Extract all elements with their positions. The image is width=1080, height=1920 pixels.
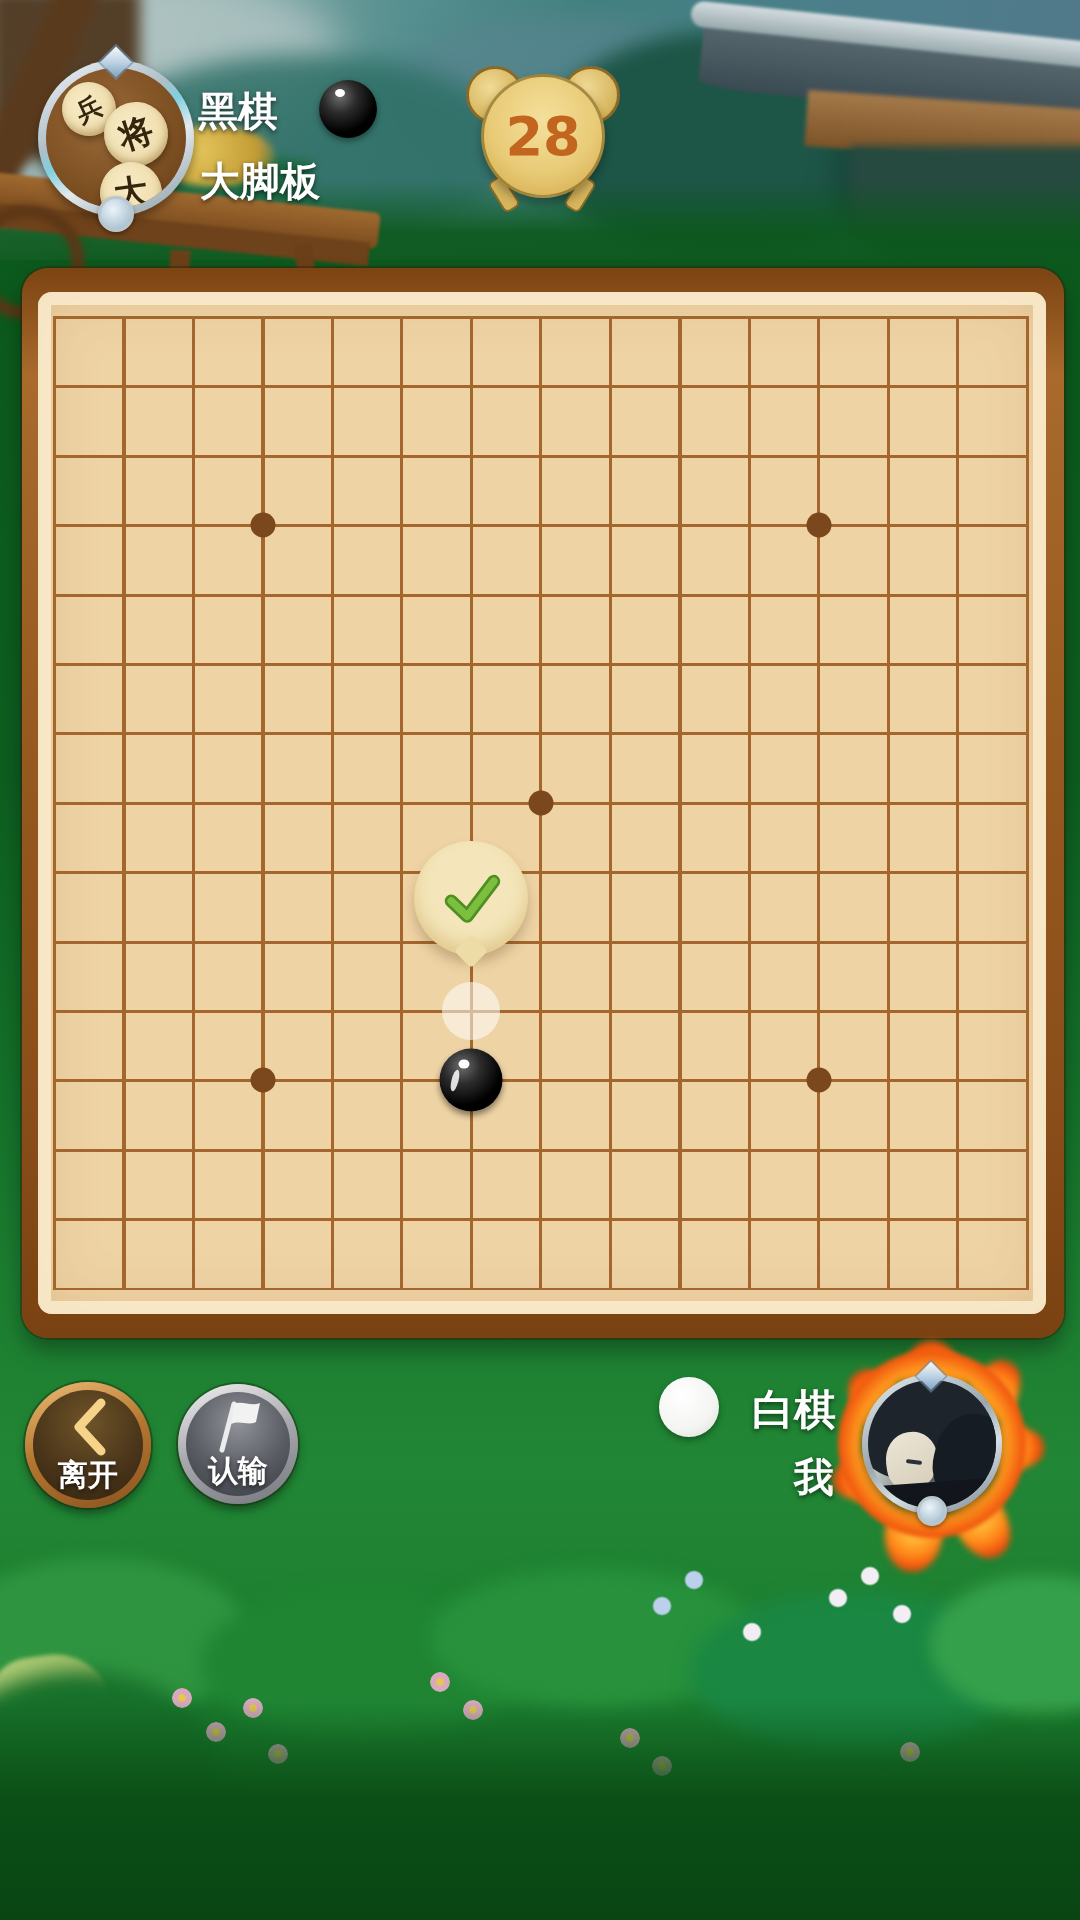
meadow-dark-foreground — [0, 1700, 1080, 1920]
my-stone-color-indicator — [659, 1377, 719, 1437]
flower — [684, 1570, 704, 1590]
clock-face: 28 — [481, 74, 605, 198]
board-grid[interactable] — [53, 316, 1029, 1291]
my-color-label: 白棋 — [752, 1382, 836, 1438]
star-point — [806, 1068, 831, 1093]
my-avatar-portrait — [868, 1380, 996, 1508]
star-point — [250, 1068, 275, 1093]
my-name: 我 — [794, 1450, 834, 1505]
avatar-bottom-ornament — [917, 1496, 947, 1526]
flower — [828, 1588, 848, 1608]
star-point — [528, 790, 553, 815]
my-avatar[interactable] — [862, 1374, 1002, 1514]
opponent-avatar[interactable]: 兵 将 大 — [38, 60, 194, 216]
leave-button[interactable]: 离开 — [25, 1382, 151, 1508]
white-stone-preview — [442, 982, 500, 1040]
game-screen: 兵 将 大 黑棋 大脚板 28 离开 认输 白棋 我 — [0, 0, 1080, 1920]
back-chevron-icon — [71, 1398, 107, 1456]
star-point — [250, 513, 275, 538]
opponent-color-label: 黑棋 — [198, 84, 278, 139]
avatar-bottom-ornament — [98, 196, 134, 232]
opponent-stone-color-indicator — [319, 80, 377, 138]
black-stone — [440, 1049, 503, 1112]
flower — [892, 1604, 912, 1624]
star-point — [806, 513, 831, 538]
resign-button-label: 认输 — [178, 1451, 298, 1492]
flower — [430, 1672, 450, 1692]
opponent-name: 大脚板 — [200, 154, 320, 209]
resign-button[interactable]: 认输 — [178, 1384, 298, 1504]
opponent-avatar-image: 兵 将 大 — [46, 68, 186, 208]
timer-seconds: 28 — [505, 105, 580, 168]
flower — [652, 1596, 672, 1616]
white-flag-icon — [212, 1396, 266, 1454]
leave-button-label: 离开 — [25, 1455, 151, 1496]
flower — [742, 1622, 762, 1642]
checkmark-icon — [433, 860, 509, 936]
confirm-move-button[interactable] — [414, 841, 528, 955]
flower — [860, 1566, 880, 1586]
